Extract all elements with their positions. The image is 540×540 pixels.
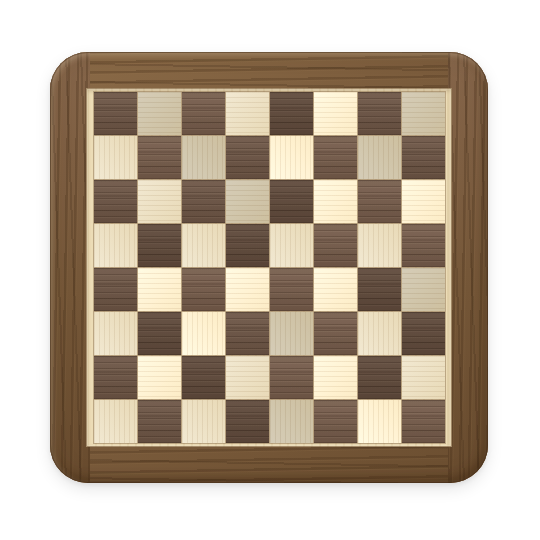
square-d4: [226, 268, 269, 311]
square-f5: [314, 224, 357, 267]
square-b3: [138, 312, 181, 355]
square-a1: [94, 400, 137, 443]
square-h5: [402, 224, 445, 267]
square-g3: [358, 312, 401, 355]
square-a5: [94, 224, 137, 267]
square-c5: [182, 224, 225, 267]
square-a6: [94, 180, 137, 223]
square-c6: [182, 180, 225, 223]
square-c2: [182, 356, 225, 399]
square-e2: [270, 356, 313, 399]
square-c8: [182, 92, 225, 135]
square-f1: [314, 400, 357, 443]
square-e7: [270, 136, 313, 179]
board-frame-right: [448, 52, 488, 483]
square-f3: [314, 312, 357, 355]
square-d6: [226, 180, 269, 223]
square-e6: [270, 180, 313, 223]
square-f6: [314, 180, 357, 223]
square-d5: [226, 224, 269, 267]
square-c1: [182, 400, 225, 443]
square-e1: [270, 400, 313, 443]
square-g6: [358, 180, 401, 223]
square-a3: [94, 312, 137, 355]
square-g1: [358, 400, 401, 443]
square-e5: [270, 224, 313, 267]
square-b8: [138, 92, 181, 135]
square-d3: [226, 312, 269, 355]
square-e8: [270, 92, 313, 135]
square-e3: [270, 312, 313, 355]
square-h4: [402, 268, 445, 311]
square-h7: [402, 136, 445, 179]
square-b1: [138, 400, 181, 443]
square-d8: [226, 92, 269, 135]
square-c4: [182, 268, 225, 311]
square-a7: [94, 136, 137, 179]
square-h1: [402, 400, 445, 443]
square-b7: [138, 136, 181, 179]
square-g4: [358, 268, 401, 311]
product-photo-canvas: [0, 0, 540, 540]
square-c3: [182, 312, 225, 355]
square-a2: [94, 356, 137, 399]
square-f4: [314, 268, 357, 311]
square-f8: [314, 92, 357, 135]
square-h6: [402, 180, 445, 223]
square-g8: [358, 92, 401, 135]
square-b4: [138, 268, 181, 311]
square-b6: [138, 180, 181, 223]
square-g5: [358, 224, 401, 267]
square-b5: [138, 224, 181, 267]
square-g2: [358, 356, 401, 399]
chess-board: [50, 52, 488, 483]
square-d2: [226, 356, 269, 399]
square-a4: [94, 268, 137, 311]
board-grid: [94, 92, 445, 443]
board-frame-left: [50, 52, 90, 483]
square-b2: [138, 356, 181, 399]
square-h8: [402, 92, 445, 135]
square-d1: [226, 400, 269, 443]
square-g7: [358, 136, 401, 179]
square-c7: [182, 136, 225, 179]
square-a8: [94, 92, 137, 135]
square-e4: [270, 268, 313, 311]
board-field: [86, 88, 452, 447]
square-f2: [314, 356, 357, 399]
square-f7: [314, 136, 357, 179]
square-h2: [402, 356, 445, 399]
square-h3: [402, 312, 445, 355]
square-d7: [226, 136, 269, 179]
